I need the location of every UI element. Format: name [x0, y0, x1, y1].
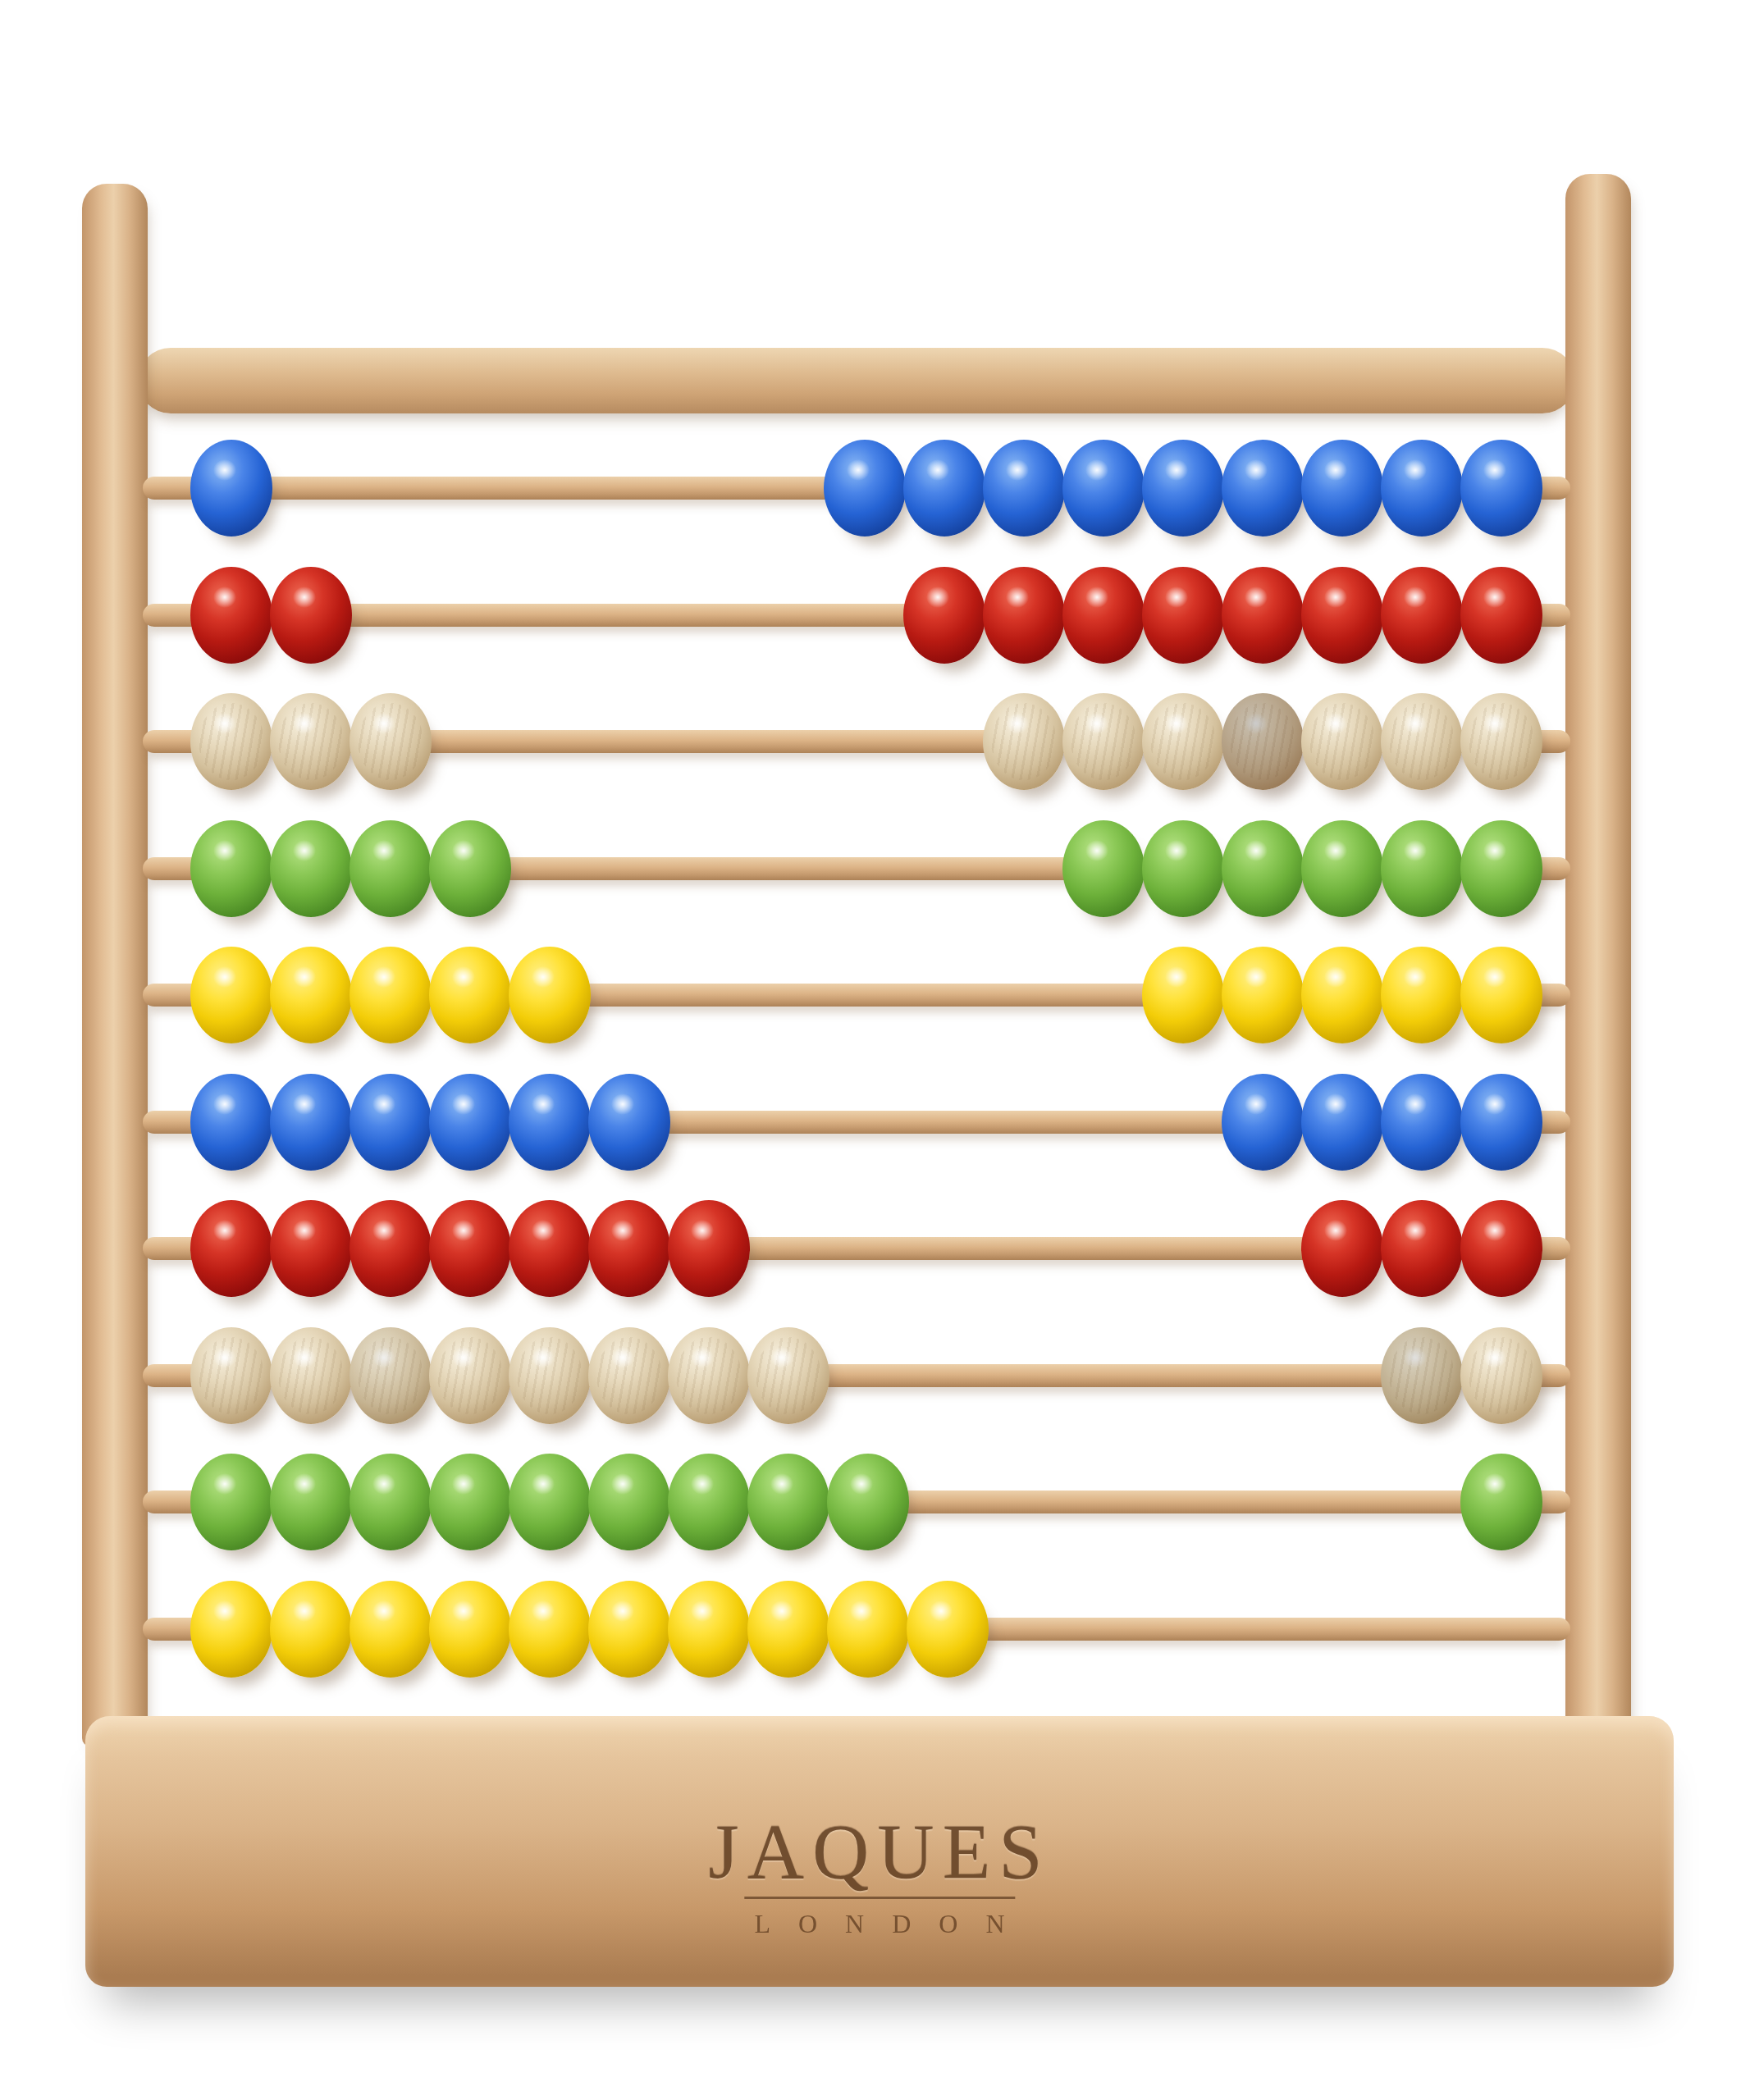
- red-bead[interactable]: [1222, 567, 1304, 664]
- bead-group-right: [985, 693, 1542, 790]
- bead-group-right: [1463, 1454, 1542, 1550]
- abacus: JAQUES LONDON: [0, 0, 1750, 2100]
- yellow-bead[interactable]: [270, 1581, 352, 1678]
- green-bead[interactable]: [588, 1454, 670, 1550]
- bead-group-right: [1145, 947, 1542, 1043]
- blue-bead[interactable]: [1142, 440, 1224, 536]
- yellow-bead[interactable]: [509, 947, 591, 1043]
- natural-bead[interactable]: [1381, 693, 1463, 790]
- green-bead[interactable]: [350, 1454, 432, 1550]
- blue-bead[interactable]: [270, 1074, 352, 1171]
- green-bead[interactable]: [747, 1454, 829, 1550]
- blue-bead[interactable]: [1460, 1074, 1542, 1171]
- yellow-bead[interactable]: [1381, 947, 1463, 1043]
- red-bead[interactable]: [588, 1200, 670, 1297]
- yellow-bead[interactable]: [747, 1581, 829, 1678]
- yellow-bead[interactable]: [270, 947, 352, 1043]
- green-bead[interactable]: [270, 1454, 352, 1550]
- yellow-bead[interactable]: [509, 1581, 591, 1678]
- yellow-bead[interactable]: [827, 1581, 909, 1678]
- blue-bead[interactable]: [1222, 1074, 1304, 1171]
- yellow-bead[interactable]: [1301, 947, 1383, 1043]
- green-bead[interactable]: [1460, 1454, 1542, 1550]
- brand-rule: [744, 1897, 1015, 1899]
- natural-bead[interactable]: [1222, 693, 1304, 790]
- yellow-bead[interactable]: [350, 947, 432, 1043]
- green-bead[interactable]: [429, 820, 511, 917]
- red-bead[interactable]: [429, 1200, 511, 1297]
- red-bead[interactable]: [1142, 567, 1224, 664]
- blue-bead[interactable]: [983, 440, 1065, 536]
- abacus-row-4: [148, 820, 1567, 917]
- blue-bead[interactable]: [1222, 440, 1304, 536]
- natural-bead[interactable]: [1062, 693, 1145, 790]
- natural-bead[interactable]: [668, 1327, 750, 1424]
- abacus-left-post: [82, 184, 148, 1746]
- bead-group-right: [906, 567, 1542, 664]
- green-bead[interactable]: [190, 1454, 272, 1550]
- green-bead[interactable]: [429, 1454, 511, 1550]
- blue-bead[interactable]: [1460, 440, 1542, 536]
- bead-group-left: [193, 1581, 989, 1678]
- natural-bead[interactable]: [190, 693, 272, 790]
- red-bead[interactable]: [190, 567, 272, 664]
- blue-bead[interactable]: [429, 1074, 511, 1171]
- yellow-bead[interactable]: [668, 1581, 750, 1678]
- red-bead[interactable]: [1460, 1200, 1542, 1297]
- yellow-bead[interactable]: [429, 947, 511, 1043]
- abacus-row-9: [148, 1454, 1567, 1550]
- red-bead[interactable]: [509, 1200, 591, 1297]
- bead-group-left: [193, 693, 432, 790]
- brand-name: JAQUES: [708, 1813, 1050, 1892]
- natural-bead[interactable]: [270, 1327, 352, 1424]
- natural-bead[interactable]: [429, 1327, 511, 1424]
- abacus-base: JAQUES LONDON: [85, 1716, 1674, 1987]
- green-bead[interactable]: [350, 820, 432, 917]
- natural-bead[interactable]: [509, 1327, 591, 1424]
- bead-group-right: [1304, 1200, 1542, 1297]
- bead-group-left: [193, 440, 272, 536]
- green-bead[interactable]: [270, 820, 352, 917]
- blue-bead[interactable]: [1381, 440, 1463, 536]
- abacus-row-8: [148, 1327, 1567, 1424]
- natural-bead[interactable]: [588, 1327, 670, 1424]
- blue-bead[interactable]: [509, 1074, 591, 1171]
- red-bead[interactable]: [270, 1200, 352, 1297]
- natural-bead[interactable]: [190, 1327, 272, 1424]
- bead-group-left: [193, 1200, 750, 1297]
- abacus-row-10: [148, 1581, 1567, 1678]
- red-bead[interactable]: [1301, 1200, 1383, 1297]
- green-bead[interactable]: [1381, 820, 1463, 917]
- yellow-bead[interactable]: [1142, 947, 1224, 1043]
- abacus-row-2: [148, 567, 1567, 664]
- bead-group-left: [193, 820, 511, 917]
- natural-bead[interactable]: [350, 1327, 432, 1424]
- green-bead[interactable]: [1460, 820, 1542, 917]
- red-bead[interactable]: [1381, 567, 1463, 664]
- red-bead[interactable]: [668, 1200, 750, 1297]
- blue-bead[interactable]: [1301, 1074, 1383, 1171]
- green-bead[interactable]: [1222, 820, 1304, 917]
- natural-bead[interactable]: [270, 693, 352, 790]
- brand-logo: JAQUES LONDON: [708, 1813, 1050, 1939]
- blue-bead[interactable]: [1381, 1074, 1463, 1171]
- red-bead[interactable]: [270, 567, 352, 664]
- bead-group-left: [193, 1074, 670, 1171]
- red-bead[interactable]: [1460, 567, 1542, 664]
- blue-bead[interactable]: [1301, 440, 1383, 536]
- yellow-bead[interactable]: [190, 947, 272, 1043]
- natural-bead[interactable]: [1460, 1327, 1542, 1424]
- bead-group-right: [1224, 1074, 1542, 1171]
- blue-bead[interactable]: [588, 1074, 670, 1171]
- red-bead[interactable]: [350, 1200, 432, 1297]
- natural-bead[interactable]: [983, 693, 1065, 790]
- bead-group-right: [1065, 820, 1542, 917]
- bead-group-right: [1383, 1327, 1542, 1424]
- blue-bead[interactable]: [350, 1074, 432, 1171]
- yellow-bead[interactable]: [350, 1581, 432, 1678]
- green-bead[interactable]: [1142, 820, 1224, 917]
- natural-bead[interactable]: [1142, 693, 1224, 790]
- red-bead[interactable]: [1301, 567, 1383, 664]
- natural-bead[interactable]: [1460, 693, 1542, 790]
- yellow-bead[interactable]: [1222, 947, 1304, 1043]
- red-bead[interactable]: [983, 567, 1065, 664]
- red-bead[interactable]: [903, 567, 985, 664]
- natural-bead[interactable]: [747, 1327, 829, 1424]
- abacus-right-post: [1565, 174, 1631, 1732]
- yellow-bead[interactable]: [588, 1581, 670, 1678]
- red-bead[interactable]: [1062, 567, 1145, 664]
- abacus-top-bar: [138, 348, 1575, 413]
- brand-city: LONDON: [708, 1909, 1050, 1939]
- red-bead[interactable]: [190, 1200, 272, 1297]
- yellow-bead[interactable]: [907, 1581, 989, 1678]
- abacus-row-5: [148, 947, 1567, 1043]
- abacus-row-1: [148, 440, 1567, 536]
- green-bead[interactable]: [668, 1454, 750, 1550]
- natural-bead[interactable]: [1381, 1327, 1463, 1424]
- green-bead[interactable]: [1062, 820, 1145, 917]
- bead-group-right: [826, 440, 1542, 536]
- abacus-row-7: [148, 1200, 1567, 1297]
- yellow-bead[interactable]: [1460, 947, 1542, 1043]
- natural-bead[interactable]: [1301, 693, 1383, 790]
- bead-group-left: [193, 1454, 909, 1550]
- abacus-row-6: [148, 1074, 1567, 1171]
- blue-bead[interactable]: [1062, 440, 1145, 536]
- bead-group-left: [193, 947, 591, 1043]
- green-bead[interactable]: [190, 820, 272, 917]
- yellow-bead[interactable]: [190, 1581, 272, 1678]
- red-bead[interactable]: [1381, 1200, 1463, 1297]
- blue-bead[interactable]: [190, 1074, 272, 1171]
- bead-group-left: [193, 567, 352, 664]
- abacus-row-3: [148, 693, 1567, 790]
- green-bead[interactable]: [827, 1454, 909, 1550]
- yellow-bead[interactable]: [429, 1581, 511, 1678]
- bead-group-left: [193, 1327, 829, 1424]
- green-bead[interactable]: [1301, 820, 1383, 917]
- green-bead[interactable]: [509, 1454, 591, 1550]
- blue-bead[interactable]: [903, 440, 985, 536]
- blue-bead[interactable]: [824, 440, 906, 536]
- blue-bead[interactable]: [190, 440, 272, 536]
- natural-bead[interactable]: [350, 693, 432, 790]
